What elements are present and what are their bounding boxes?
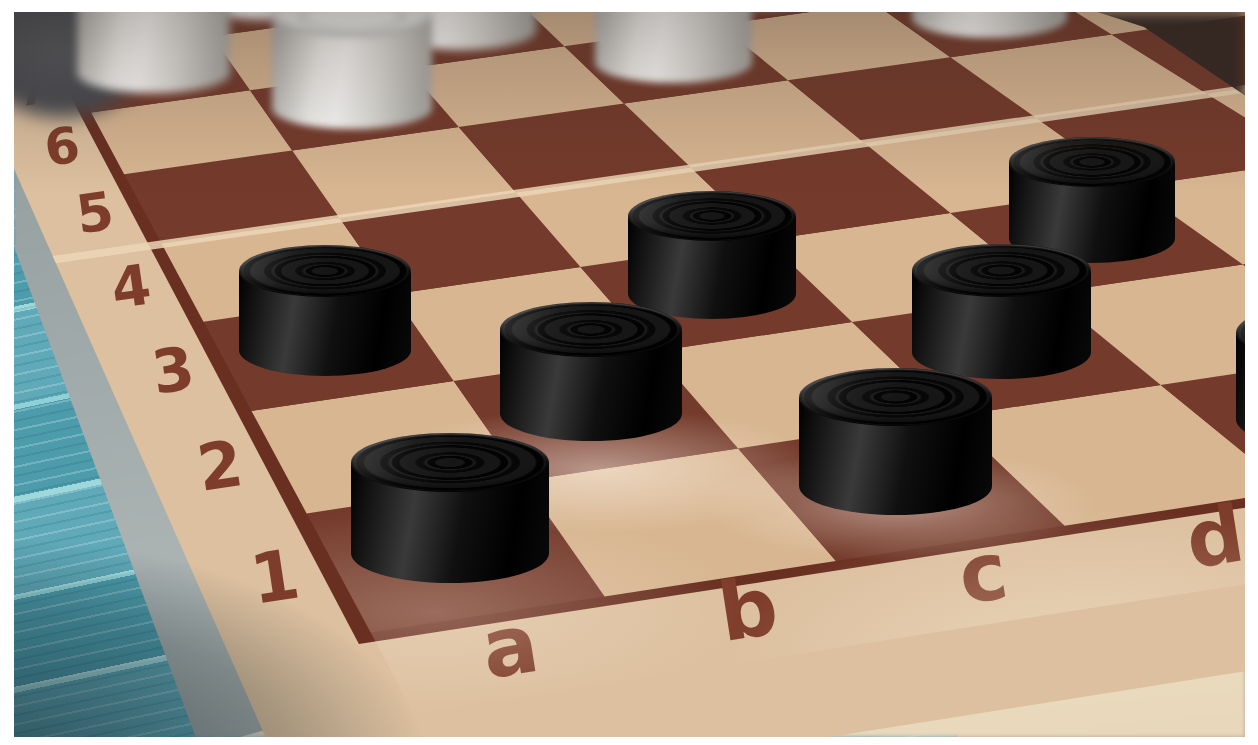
- black-man-a1: [351, 433, 549, 584]
- black-man-b2: [500, 302, 682, 441]
- checkers-board-photo: abcdefgh12345678: [14, 12, 1245, 737]
- black-man-a3: [239, 245, 411, 376]
- black-man-e1: [1236, 304, 1245, 448]
- white-man-a7: [77, 12, 230, 93]
- rank-label-5: 5: [72, 179, 117, 245]
- white-man-b6: [272, 12, 432, 129]
- screenshot-root: abcdefgh12345678: [0, 0, 1258, 745]
- white-man-f6: [912, 12, 1067, 38]
- black-man-c1: [799, 368, 993, 515]
- white-man-d6: [595, 12, 752, 83]
- black-man-d2: [912, 244, 1091, 380]
- black-man-c3: [628, 191, 797, 319]
